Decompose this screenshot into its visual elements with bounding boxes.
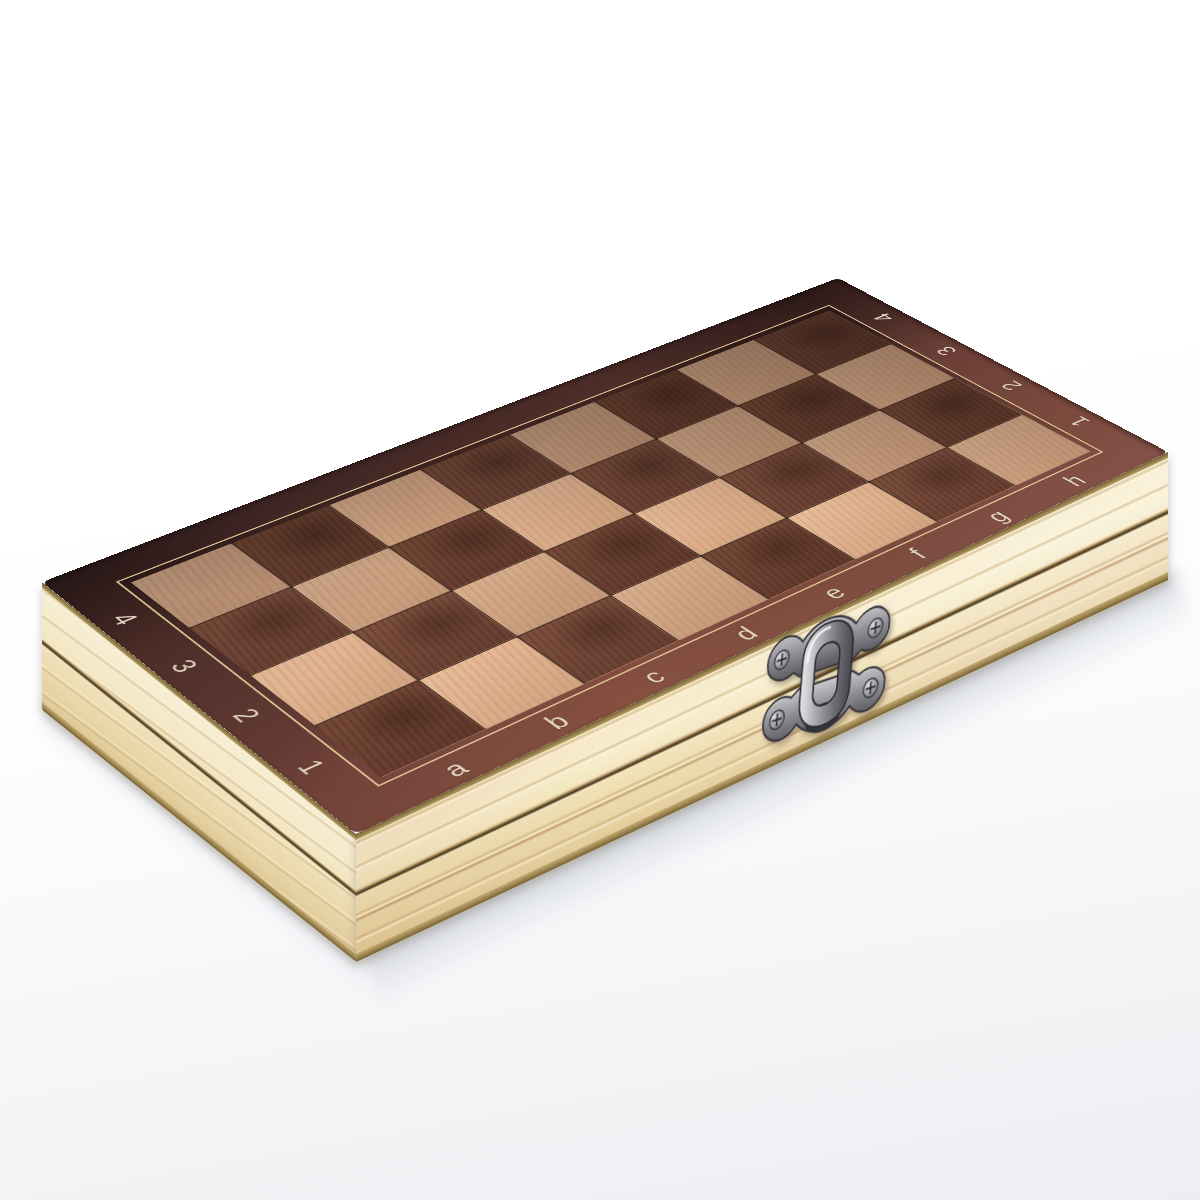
latch-hasp (797, 614, 856, 735)
product-photo-scene: 4 3 2 1 4 3 2 1 a b c d e f g h (0, 0, 1200, 1200)
